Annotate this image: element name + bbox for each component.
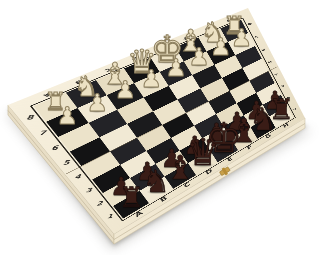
rank-label-right: 6: [261, 48, 266, 51]
rank-label-left: 6: [50, 145, 60, 152]
rank-label-right: 4: [274, 73, 279, 76]
rank-label-left: 8: [25, 115, 35, 121]
rank-label-left: 1: [106, 214, 114, 221]
file-label-near: E: [227, 156, 234, 163]
rank-label-right: 5: [268, 61, 273, 64]
file-label-far: H: [226, 18, 232, 23]
rank-label-right: 8: [248, 23, 253, 26]
file-label-far: E: [157, 46, 163, 51]
rank-label-left: 2: [95, 201, 104, 208]
product-photo: 88AA77BB66CC55DD44EE33FF22GG11HH ♜♞♝♛♚♝♞…: [0, 0, 320, 255]
rank-label-left: 4: [73, 174, 82, 181]
rank-label-right: 1: [293, 108, 298, 111]
rank-label-left: 3: [85, 188, 94, 195]
rank-label-right: 2: [287, 96, 292, 99]
file-label-far: B: [74, 79, 82, 85]
file-label-near: F: [246, 144, 253, 150]
file-label-far: C: [104, 67, 111, 72]
rank-label-right: 3: [281, 85, 286, 88]
file-label-far: G: [204, 26, 210, 31]
rank-label-left: 5: [62, 160, 71, 167]
rank-label-right: 7: [255, 36, 260, 39]
file-label-far: D: [131, 56, 138, 61]
rank-label-left: 7: [38, 130, 48, 136]
file-label-far: F: [182, 36, 188, 41]
file-label-far: A: [42, 92, 51, 98]
